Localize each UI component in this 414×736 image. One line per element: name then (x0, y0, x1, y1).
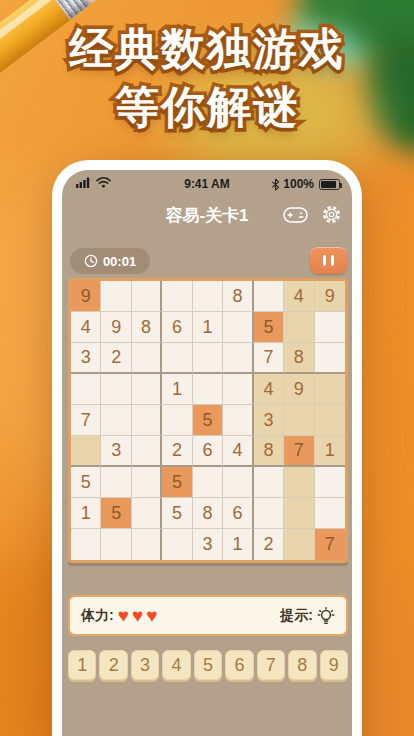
sudoku-cell-r5c5[interactable]: 5 (193, 405, 223, 436)
sudoku-cell-r8c4[interactable]: 5 (162, 498, 192, 529)
sudoku-cell-r3c2[interactable]: 2 (101, 343, 131, 374)
numpad-button-3[interactable]: 3 (131, 650, 159, 680)
sudoku-cell-r1c2[interactable] (101, 281, 131, 312)
hero-title-line2: 等你解谜 (0, 78, 414, 136)
sudoku-cell-r4c4[interactable]: 1 (162, 374, 192, 405)
sudoku-cell-r9c9[interactable]: 7 (315, 529, 345, 560)
sudoku-cell-r6c8[interactable]: 7 (284, 436, 314, 467)
sudoku-cell-r6c7[interactable]: 8 (254, 436, 284, 467)
battery-percent: 100% (283, 177, 314, 191)
sudoku-cell-r2c8[interactable] (284, 312, 314, 343)
heart-icon: ♥ (132, 605, 143, 626)
sudoku-cell-r1c6[interactable]: 8 (223, 281, 253, 312)
sudoku-cell-r8c9[interactable] (315, 498, 345, 529)
sudoku-cell-r1c9[interactable]: 9 (315, 281, 345, 312)
sudoku-cell-r2c2[interactable]: 9 (101, 312, 131, 343)
timer-pill: 00:01 (70, 248, 150, 274)
sudoku-grid: 98494986153278149753326487155155863127 (68, 278, 348, 563)
sudoku-cell-r8c5[interactable]: 8 (193, 498, 223, 529)
sudoku-cell-r4c7[interactable]: 4 (254, 374, 284, 405)
sudoku-cell-r8c6[interactable]: 6 (223, 498, 253, 529)
numpad-button-2[interactable]: 2 (99, 650, 127, 680)
hint-label: 提示: (280, 607, 313, 625)
sudoku-cell-r3c9[interactable] (315, 343, 345, 374)
sudoku-cell-r9c2[interactable] (101, 529, 131, 560)
sudoku-cell-r1c8[interactable]: 4 (284, 281, 314, 312)
sudoku-cell-r3c1[interactable]: 3 (71, 343, 101, 374)
sudoku-cell-r5c8[interactable] (284, 405, 314, 436)
status-bar: 9:41 AM 100% (62, 173, 352, 195)
sudoku-cell-r5c2[interactable] (101, 405, 131, 436)
numpad-button-9[interactable]: 9 (320, 650, 348, 680)
sudoku-cell-r3c6[interactable] (223, 343, 253, 374)
sudoku-cell-r1c7[interactable] (254, 281, 284, 312)
bluetooth-icon (271, 178, 280, 191)
sudoku-cell-r5c1[interactable]: 7 (71, 405, 101, 436)
sudoku-cell-r2c1[interactable]: 4 (71, 312, 101, 343)
sudoku-cell-r9c4[interactable] (162, 529, 192, 560)
settings-gear-icon[interactable] (321, 204, 342, 225)
sudoku-cell-r8c8[interactable] (284, 498, 314, 529)
sudoku-cell-r4c5[interactable] (193, 374, 223, 405)
sudoku-cell-r1c3[interactable] (132, 281, 162, 312)
sudoku-cell-r4c2[interactable] (101, 374, 131, 405)
game-header: 容易-关卡1 (62, 203, 352, 229)
sudoku-cell-r6c6[interactable]: 4 (223, 436, 253, 467)
stamina-hint-panel: 体力: ♥♥♥ 提示: (68, 595, 348, 636)
phone-screen: 9:41 AM 100% 容易-关卡1 (62, 170, 352, 736)
sudoku-cell-r2c4[interactable]: 6 (162, 312, 192, 343)
sudoku-cell-r7c1[interactable]: 5 (71, 467, 101, 498)
sudoku-cell-r9c6[interactable]: 1 (223, 529, 253, 560)
sudoku-cell-r9c8[interactable] (284, 529, 314, 560)
battery-icon (319, 179, 340, 190)
sudoku-cell-r7c9[interactable] (315, 467, 345, 498)
phone-mockup: 9:41 AM 100% 容易-关卡1 (52, 160, 362, 736)
sudoku-cell-r2c5[interactable]: 1 (193, 312, 223, 343)
sudoku-cell-r2c7[interactable]: 5 (254, 312, 284, 343)
sudoku-cell-r6c3[interactable] (132, 436, 162, 467)
pause-icon (331, 255, 334, 266)
sudoku-cell-r5c4[interactable] (162, 405, 192, 436)
sudoku-cell-r8c1[interactable]: 1 (71, 498, 101, 529)
sudoku-cell-r3c7[interactable]: 7 (254, 343, 284, 374)
sudoku-cell-r5c7[interactable]: 3 (254, 405, 284, 436)
numpad-button-5[interactable]: 5 (194, 650, 222, 680)
timer-value: 00:01 (103, 254, 136, 269)
screenshot-root: 经典数独游戏 等你解谜 9:4 (0, 0, 414, 736)
sudoku-cell-r4c3[interactable] (132, 374, 162, 405)
lightbulb-icon (317, 607, 335, 625)
sudoku-cell-r3c8[interactable]: 8 (284, 343, 314, 374)
heart-icon: ♥ (118, 605, 129, 626)
stamina-hearts: ♥♥♥ (118, 605, 161, 627)
sudoku-cell-r2c6[interactable] (223, 312, 253, 343)
sudoku-cell-r3c5[interactable] (193, 343, 223, 374)
sudoku-cell-r7c6[interactable] (223, 467, 253, 498)
sudoku-cell-r9c5[interactable]: 3 (193, 529, 223, 560)
sudoku-cell-r8c7[interactable] (254, 498, 284, 529)
sudoku-cell-r7c5[interactable] (193, 467, 223, 498)
hint-button[interactable]: 提示: (280, 607, 335, 625)
sudoku-cell-r8c3[interactable] (132, 498, 162, 529)
stamina-label: 体力: (81, 607, 114, 625)
sudoku-cell-r6c1[interactable] (71, 436, 101, 467)
sudoku-cell-r4c1[interactable] (71, 374, 101, 405)
sudoku-cell-r4c6[interactable] (223, 374, 253, 405)
numpad-button-7[interactable]: 7 (257, 650, 285, 680)
sudoku-cell-r4c9[interactable] (315, 374, 345, 405)
sudoku-cell-r5c6[interactable] (223, 405, 253, 436)
sudoku-cell-r1c1[interactable]: 9 (71, 281, 101, 312)
sudoku-cell-r7c7[interactable] (254, 467, 284, 498)
sudoku-cell-r7c3[interactable] (132, 467, 162, 498)
sudoku-cell-r6c4[interactable]: 2 (162, 436, 192, 467)
sudoku-cell-r1c5[interactable] (193, 281, 223, 312)
sudoku-cell-r1c4[interactable] (162, 281, 192, 312)
sudoku-cell-r6c9[interactable]: 1 (315, 436, 345, 467)
sudoku-cell-r4c8[interactable]: 9 (284, 374, 314, 405)
sudoku-cell-r9c3[interactable] (132, 529, 162, 560)
pause-icon (323, 255, 326, 266)
sudoku-cell-r9c1[interactable] (71, 529, 101, 560)
sudoku-cell-r5c9[interactable] (315, 405, 345, 436)
sudoku-cell-r8c2[interactable]: 5 (101, 498, 131, 529)
sudoku-cell-r2c9[interactable] (315, 312, 345, 343)
numpad-button-4[interactable]: 4 (162, 650, 190, 680)
gamepad-icon[interactable] (283, 206, 308, 224)
sudoku-cell-r6c5[interactable]: 6 (193, 436, 223, 467)
pause-button[interactable] (310, 247, 347, 274)
sudoku-cell-r7c4[interactable]: 5 (162, 467, 192, 498)
hero-title: 经典数独游戏 等你解谜 (0, 20, 414, 136)
numpad-button-1[interactable]: 1 (68, 650, 96, 680)
sudoku-cell-r3c3[interactable] (132, 343, 162, 374)
sudoku-cell-r2c3[interactable]: 8 (132, 312, 162, 343)
sudoku-cell-r7c8[interactable] (284, 467, 314, 498)
clock-icon (84, 254, 98, 268)
numpad-button-8[interactable]: 8 (288, 650, 316, 680)
sudoku-cell-r5c3[interactable] (132, 405, 162, 436)
numpad-button-6[interactable]: 6 (225, 650, 253, 680)
number-pad: 123456789 (68, 650, 348, 680)
sudoku-cell-r3c4[interactable] (162, 343, 192, 374)
sudoku-cell-r6c2[interactable]: 3 (101, 436, 131, 467)
heart-icon: ♥ (146, 605, 157, 626)
hero-title-line1: 经典数独游戏 (0, 20, 414, 78)
sudoku-cell-r9c7[interactable]: 2 (254, 529, 284, 560)
sudoku-cell-r7c2[interactable] (101, 467, 131, 498)
